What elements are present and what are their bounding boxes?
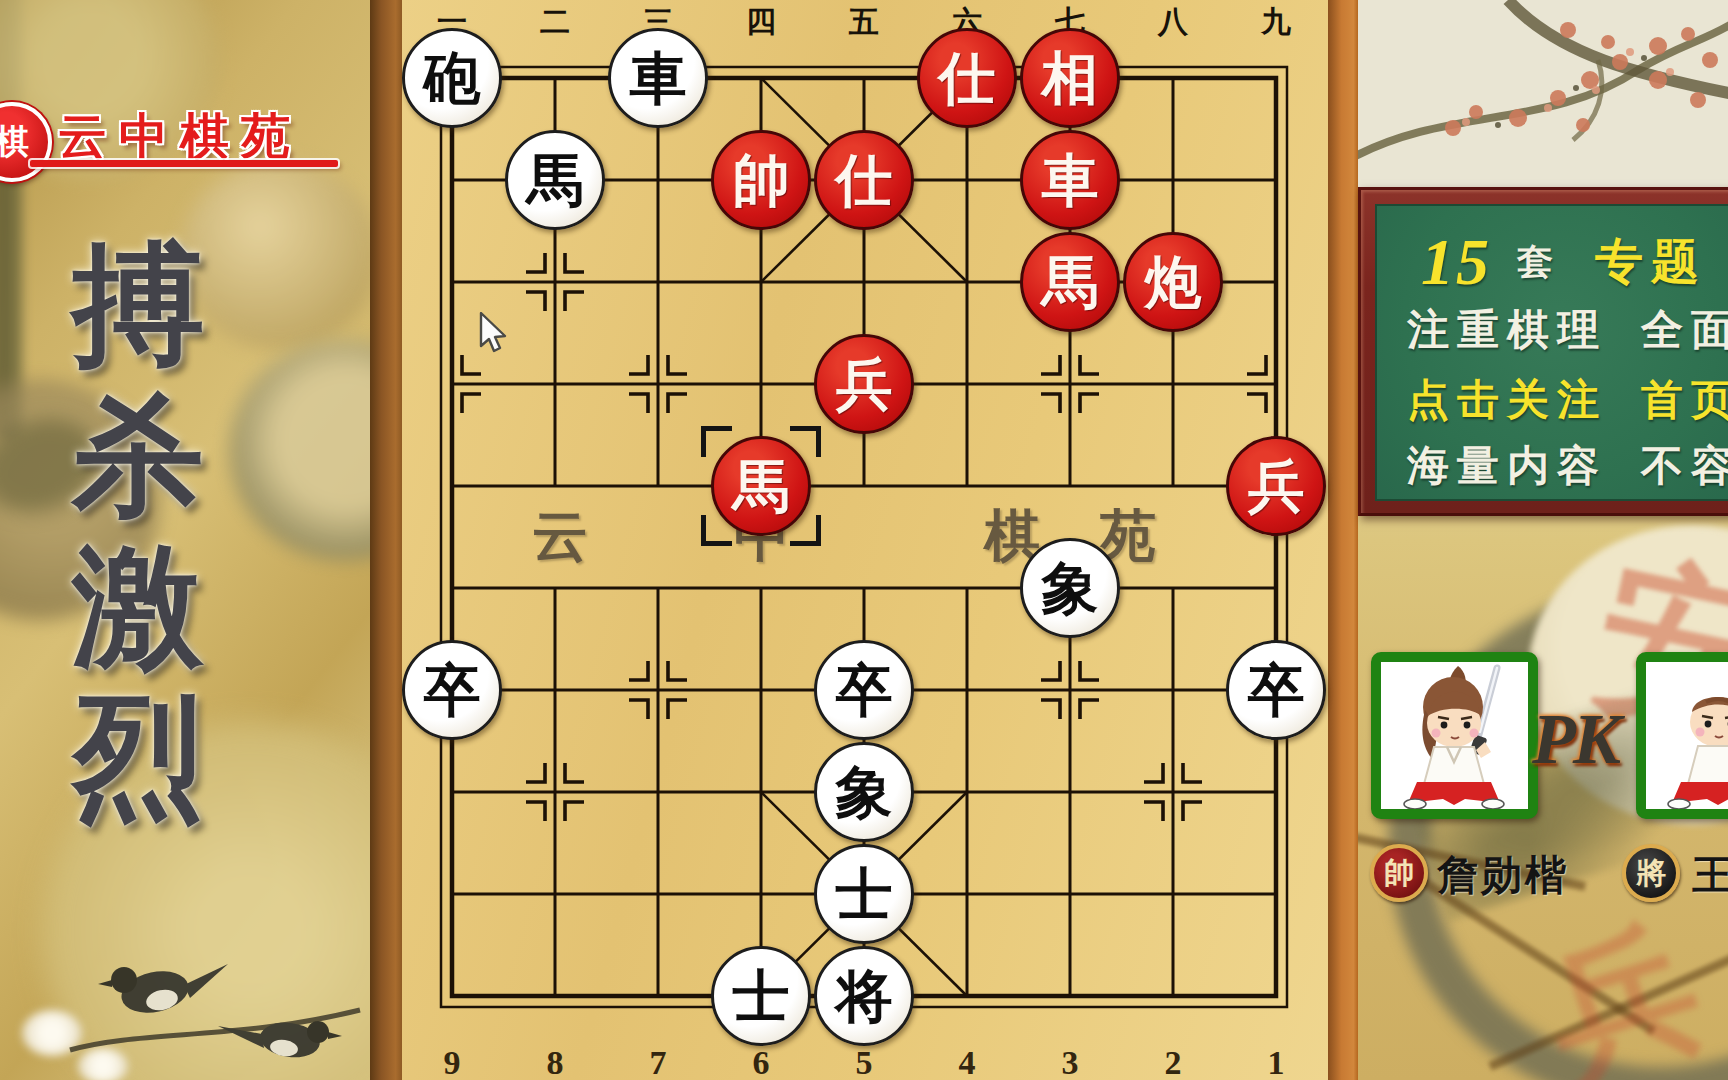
piece-black-soldier[interactable]: 卒 [402,640,502,740]
tagline-char: 烈 [12,686,264,837]
piece-black-elephant[interactable]: 象 [1020,538,1120,638]
piece-glyph: 卒 [836,662,893,719]
file-label-bottom: 2 [1165,1044,1182,1080]
xiangqi-board[interactable]: 一二三四五六七八九 云中棋苑 砲車仕相馬帥仕車馬炮兵馬兵象卒卒卒象士士将 987… [402,0,1328,1080]
file-label-top: 五 [849,2,879,43]
tagline-char: 搏 [12,233,264,384]
piece-glyph: 象 [836,764,893,821]
chalkboard-text: 注重棋理 [1407,302,1607,358]
file-label-bottom: 8 [547,1044,564,1080]
piece-glyph: 兵 [1248,458,1305,515]
chalkboard-text: 套 [1517,238,1561,287]
file-label-bottom: 9 [444,1044,461,1080]
river-watermark-char: 云 [532,499,588,575]
chalkboard-surface: 15套专题讲注重棋理全面剖点击关注首页专海量内容不容错 [1375,204,1728,501]
chalkboard-line: 点击关注首页专 [1407,372,1728,428]
black-badge-glyph: 將 [1636,853,1666,894]
birds-illustration [60,930,380,1080]
chalkboard-text: 首页专 [1641,372,1728,428]
piece-glyph: 炮 [1145,254,1202,311]
piece-glyph: 卒 [1248,662,1305,719]
logo-badge-glyph: 棋 [0,119,29,165]
piece-red-chariot[interactable]: 車 [1020,130,1120,230]
piece-red-horse[interactable]: 馬 [711,436,811,536]
piece-glyph: 士 [733,968,790,1025]
file-label-top: 九 [1261,2,1291,43]
plum-blossom-painting [1358,0,1728,195]
piece-red-soldier[interactable]: 兵 [1226,436,1326,536]
piece-glyph: 車 [1042,152,1099,209]
file-label-top: 四 [746,2,776,43]
player-red-avatar [1371,652,1538,819]
magpie-icon [218,1019,342,1061]
chalkboard-text: 全面剖 [1641,302,1728,358]
piece-red-soldier[interactable]: 兵 [814,334,914,434]
piece-glyph: 帥 [733,152,790,209]
player-black-avatar [1636,652,1728,819]
board-frame-right [1328,0,1358,1080]
video-frame: 棋 云中棋苑 搏杀激烈 一二三四五六七八九 云中棋苑 砲車仕相馬帥仕車馬炮兵馬兵… [0,0,1728,1080]
piece-black-advisor[interactable]: 士 [711,946,811,1046]
piece-red-elephant[interactable]: 相 [1020,28,1120,128]
piece-red-horse[interactable]: 馬 [1020,232,1120,332]
red-player-cartoon [1381,662,1528,809]
logo-badge-icon: 棋 [0,102,52,182]
piece-glyph: 卒 [424,662,481,719]
chalkboard-text: 15 [1421,224,1491,300]
piece-glyph: 士 [836,866,893,923]
file-label-top: 二 [540,2,570,43]
chalkboard-text: 点击关注 [1407,372,1607,428]
piece-red-cannon[interactable]: 炮 [1123,232,1223,332]
piece-black-general[interactable]: 将 [814,946,914,1046]
vertical-tagline: 搏杀激烈 [12,233,264,837]
red-general-badge-icon: 帥 [1370,844,1428,902]
chalkboard-text: 海量内容 [1407,438,1607,494]
piece-red-advisor[interactable]: 仕 [814,130,914,230]
player-red-name: 詹勋楷 [1437,848,1569,903]
piece-glyph: 仕 [836,152,893,209]
mouse-cursor-icon [479,312,513,356]
file-label-bottom: 4 [959,1044,976,1080]
piece-black-elephant[interactable]: 象 [814,742,914,842]
piece-black-chariot[interactable]: 車 [608,28,708,128]
red-badge-glyph: 帥 [1384,853,1414,894]
tagline-char: 激 [12,535,264,686]
player-black-name: 王 [1692,848,1728,903]
chalkboard-line: 15套专题讲 [1421,224,1728,300]
piece-glyph: 馬 [733,458,790,515]
piece-glyph: 将 [836,968,893,1025]
piece-red-general[interactable]: 帥 [711,130,811,230]
piece-black-soldier[interactable]: 卒 [814,640,914,740]
file-label-bottom: 3 [1062,1044,1079,1080]
piece-glyph: 馬 [1042,254,1099,311]
piece-black-soldier[interactable]: 卒 [1226,640,1326,740]
file-label-bottom: 7 [650,1044,667,1080]
file-label-bottom: 6 [753,1044,770,1080]
magpie-icon [98,964,228,1019]
piece-glyph: 仕 [939,50,996,107]
logo-underline [30,160,338,167]
chalkboard-line: 海量内容不容错 [1407,438,1728,494]
chalkboard-text: 专题 [1595,230,1707,294]
chalkboard-text: 不容错 [1641,438,1728,494]
promo-chalkboard: 15套专题讲注重棋理全面剖点击关注首页专海量内容不容错 [1358,187,1728,516]
tagline-char: 杀 [12,384,264,535]
piece-glyph: 相 [1042,50,1099,107]
black-player-cartoon [1646,662,1728,809]
piece-red-advisor[interactable]: 仕 [917,28,1017,128]
pk-versus-label: PK [1532,698,1618,781]
piece-glyph: 車 [630,50,687,107]
piece-glyph: 馬 [527,152,584,209]
piece-glyph: 象 [1042,560,1099,617]
black-general-badge-icon: 將 [1622,844,1680,902]
piece-black-cannon[interactable]: 砲 [402,28,502,128]
right-background: 安 兵 [1358,0,1728,1080]
piece-glyph: 兵 [836,356,893,413]
piece-black-advisor[interactable]: 士 [814,844,914,944]
file-label-bottom: 1 [1268,1044,1285,1080]
piece-glyph: 砲 [424,50,481,107]
channel-logo: 棋 云中棋苑 [0,88,402,188]
chalkboard-line: 注重棋理全面剖 [1407,302,1728,358]
file-label-bottom: 5 [856,1044,873,1080]
piece-black-horse[interactable]: 馬 [505,130,605,230]
file-label-top: 八 [1158,2,1188,43]
